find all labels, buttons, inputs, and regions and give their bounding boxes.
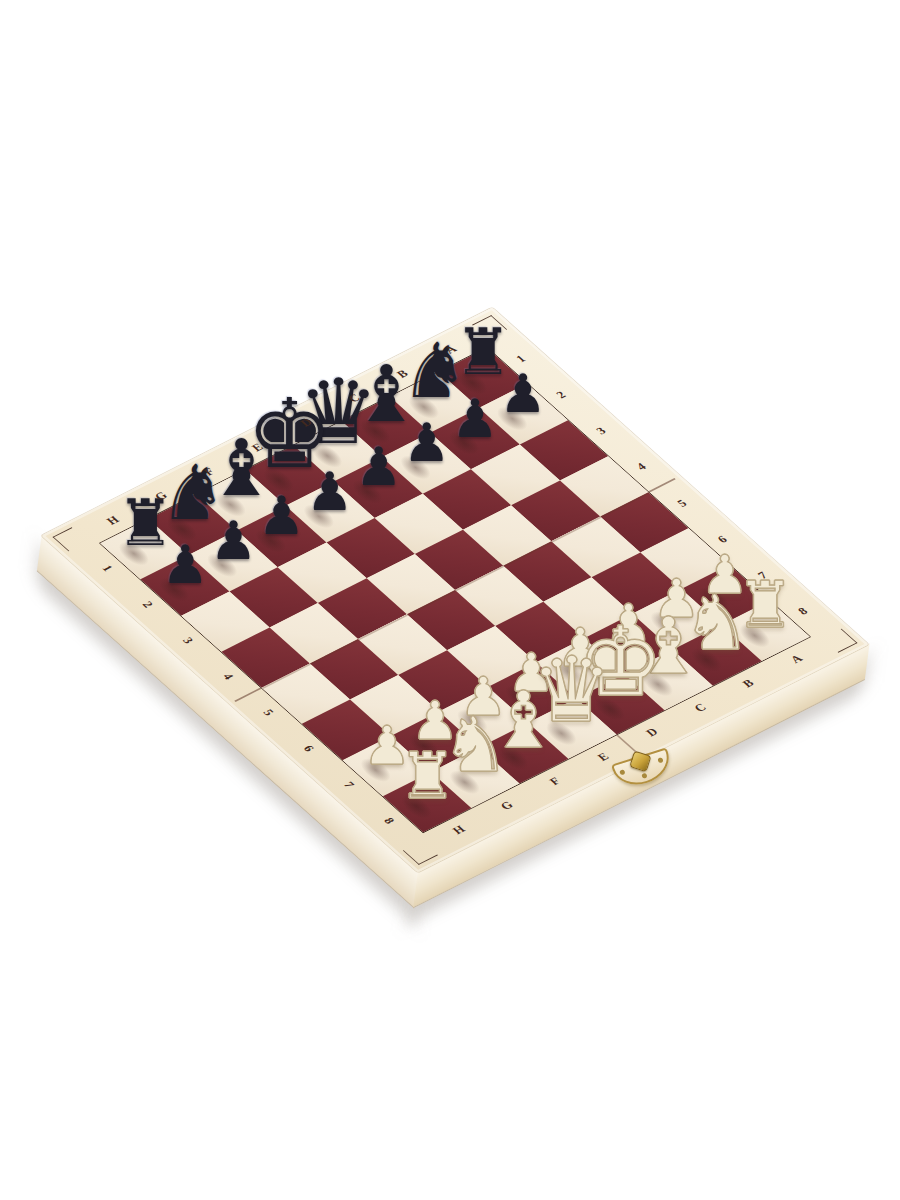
rank-label-lower-left: 5 bbox=[260, 708, 275, 717]
rank-label-lower-left: 8 bbox=[381, 816, 396, 825]
file-label-lower-right: D bbox=[644, 727, 661, 739]
chess-set-photo: ♜♟♟♜♞♟♟♞♝♟♟♝♛♟♟♚♚♟♟♛♝♟♟♝♞♟♟♞♜♟♟♜ 1234567… bbox=[0, 0, 900, 1200]
corner-bracket bbox=[53, 527, 88, 551]
corner-bracket bbox=[822, 629, 857, 653]
file-label-lower-right: F bbox=[548, 776, 563, 787]
rank-label-lower-left: 4 bbox=[220, 672, 235, 681]
rank-label-lower-left: 3 bbox=[180, 636, 195, 645]
rank-label-upper-right: 3 bbox=[595, 426, 609, 437]
rank-label-upper-right: 4 bbox=[635, 462, 649, 473]
file-label-lower-right: B bbox=[740, 678, 756, 690]
fold-seam-lower bbox=[234, 688, 261, 702]
rank-label-lower-left: 7 bbox=[341, 780, 356, 789]
board-tilt: ♜♟♟♜♞♟♟♞♝♟♟♝♛♟♟♚♚♟♟♛♝♟♟♝♞♟♟♞♜♟♟♜ 1234567… bbox=[124, 259, 786, 921]
rank-label-upper-right: 8 bbox=[796, 606, 810, 617]
rank-label-lower-left: 6 bbox=[301, 744, 316, 753]
fold-seam-upper bbox=[648, 478, 675, 492]
file-label-lower-right: G bbox=[499, 800, 516, 812]
rank-label-upper-right: 2 bbox=[554, 390, 568, 401]
corner-bracket bbox=[403, 841, 438, 865]
rank-label-lower-left: 2 bbox=[140, 600, 155, 609]
file-label-lower-right: H bbox=[450, 824, 467, 836]
file-label-lower-right: A bbox=[788, 653, 805, 665]
rank-label-upper-right: 5 bbox=[675, 498, 689, 509]
file-label-lower-right: C bbox=[692, 702, 709, 714]
board-top: ♜♟♟♜♞♟♟♞♝♟♟♝♛♟♟♚♚♟♟♛♝♟♟♝♞♟♟♞♜♟♟♜ 1234567… bbox=[41, 307, 868, 872]
rank-label-lower-left: 1 bbox=[99, 564, 114, 573]
